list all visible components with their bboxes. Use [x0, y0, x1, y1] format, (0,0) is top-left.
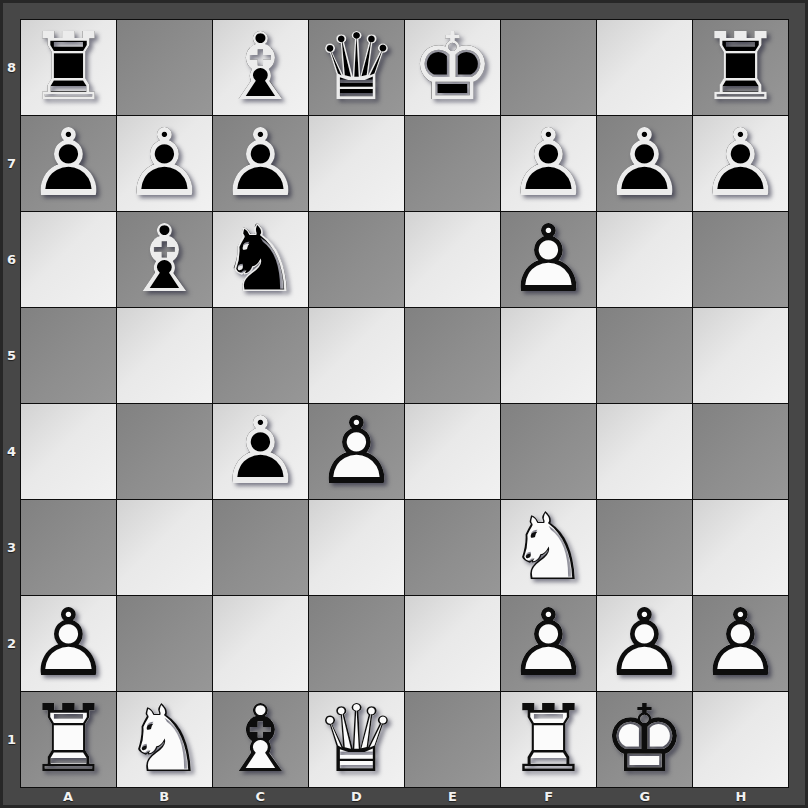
square-a3[interactable] — [21, 500, 116, 595]
black-queen-outline-icon: ♕ — [309, 20, 404, 115]
piece-white-pawn[interactable]: ♟♙ — [501, 596, 596, 691]
square-g4[interactable] — [597, 404, 692, 499]
square-g6[interactable] — [597, 212, 692, 307]
square-e4[interactable] — [405, 404, 500, 499]
piece-black-queen[interactable]: ♛♕ — [309, 20, 404, 115]
white-knight-outline-icon: ♘ — [117, 692, 212, 787]
piece-white-knight[interactable]: ♞♘ — [117, 692, 212, 787]
piece-white-bishop[interactable]: ♝♗ — [213, 692, 308, 787]
black-pawn-outline-icon: ♙ — [21, 116, 116, 211]
rank-label-6: 6 — [3, 211, 20, 307]
piece-white-pawn[interactable]: ♟♙ — [501, 212, 596, 307]
square-b4[interactable] — [117, 404, 212, 499]
square-f6[interactable]: ♟♙ — [501, 212, 596, 307]
square-g5[interactable] — [597, 308, 692, 403]
file-label-f: F — [501, 788, 597, 805]
square-b8[interactable] — [117, 20, 212, 115]
square-a2[interactable]: ♟♙ — [21, 596, 116, 691]
square-f5[interactable] — [501, 308, 596, 403]
square-d1[interactable]: ♛♕ — [309, 692, 404, 787]
square-c7[interactable]: ♟♙ — [213, 116, 308, 211]
square-e6[interactable] — [405, 212, 500, 307]
piece-white-pawn[interactable]: ♟♙ — [21, 596, 116, 691]
piece-black-pawn[interactable]: ♟♙ — [501, 116, 596, 211]
square-e2[interactable] — [405, 596, 500, 691]
square-h1[interactable] — [693, 692, 788, 787]
piece-white-knight[interactable]: ♞♘ — [501, 500, 596, 595]
square-d2[interactable] — [309, 596, 404, 691]
piece-black-king[interactable]: ♚♔ — [405, 20, 500, 115]
rank-label-1: 1 — [3, 692, 20, 788]
square-b3[interactable] — [117, 500, 212, 595]
square-c1[interactable]: ♝♗ — [213, 692, 308, 787]
chess-board: ♜♖♝♗♛♕♚♔♜♖♟♙♟♙♟♙♟♙♟♙♟♙♝♗♞♘♟♙♟♙♟♙♞♘♟♙♟♙♟♙… — [20, 19, 789, 788]
square-c3[interactable] — [213, 500, 308, 595]
square-d5[interactable] — [309, 308, 404, 403]
white-rook-outline-icon: ♖ — [21, 692, 116, 787]
white-pawn-outline-icon: ♙ — [21, 596, 116, 691]
black-king-outline-icon: ♔ — [405, 20, 500, 115]
square-a5[interactable] — [21, 308, 116, 403]
square-b5[interactable] — [117, 308, 212, 403]
file-label-c: C — [212, 788, 308, 805]
piece-black-pawn[interactable]: ♟♙ — [693, 116, 788, 211]
square-b7[interactable]: ♟♙ — [117, 116, 212, 211]
square-b2[interactable] — [117, 596, 212, 691]
square-h4[interactable] — [693, 404, 788, 499]
square-f4[interactable] — [501, 404, 596, 499]
piece-black-pawn[interactable]: ♟♙ — [213, 116, 308, 211]
square-d3[interactable] — [309, 500, 404, 595]
rank-label-4: 4 — [3, 404, 20, 500]
white-pawn-outline-icon: ♙ — [693, 596, 788, 691]
file-label-e: E — [405, 788, 501, 805]
piece-black-rook[interactable]: ♜♖ — [21, 20, 116, 115]
rank-labels: 87654321 — [3, 19, 20, 788]
file-label-a: A — [20, 788, 116, 805]
square-g1[interactable]: ♚♔ — [597, 692, 692, 787]
black-rook-outline-icon: ♖ — [21, 20, 116, 115]
square-e5[interactable] — [405, 308, 500, 403]
file-labels: ABCDEFGH — [20, 788, 789, 805]
square-a1[interactable]: ♜♖ — [21, 692, 116, 787]
piece-black-pawn[interactable]: ♟♙ — [117, 116, 212, 211]
white-rook-outline-icon: ♖ — [501, 692, 596, 787]
square-c4[interactable]: ♟♙ — [213, 404, 308, 499]
piece-black-rook[interactable]: ♜♖ — [693, 20, 788, 115]
square-d8[interactable]: ♛♕ — [309, 20, 404, 115]
square-c8[interactable]: ♝♗ — [213, 20, 308, 115]
piece-white-pawn[interactable]: ♟♙ — [309, 404, 404, 499]
rank-label-2: 2 — [3, 596, 20, 692]
file-label-g: G — [597, 788, 693, 805]
white-pawn-outline-icon: ♙ — [501, 596, 596, 691]
square-f1[interactable]: ♜♖ — [501, 692, 596, 787]
white-pawn-outline-icon: ♙ — [501, 212, 596, 307]
piece-white-pawn[interactable]: ♟♙ — [597, 596, 692, 691]
white-pawn-outline-icon: ♙ — [597, 596, 692, 691]
piece-black-pawn[interactable]: ♟♙ — [597, 116, 692, 211]
white-queen-outline-icon: ♕ — [309, 692, 404, 787]
black-pawn-outline-icon: ♙ — [213, 116, 308, 211]
rank-label-7: 7 — [3, 115, 20, 211]
black-pawn-outline-icon: ♙ — [117, 116, 212, 211]
black-knight-outline-icon: ♘ — [213, 212, 308, 307]
file-label-h: H — [693, 788, 789, 805]
piece-white-rook[interactable]: ♜♖ — [21, 692, 116, 787]
rank-label-5: 5 — [3, 307, 20, 403]
white-pawn-outline-icon: ♙ — [309, 404, 404, 499]
square-d6[interactable] — [309, 212, 404, 307]
square-g8[interactable] — [597, 20, 692, 115]
square-g3[interactable] — [597, 500, 692, 595]
square-d7[interactable] — [309, 116, 404, 211]
white-knight-outline-icon: ♘ — [501, 500, 596, 595]
square-e8[interactable]: ♚♔ — [405, 20, 500, 115]
piece-white-rook[interactable]: ♜♖ — [501, 692, 596, 787]
square-f8[interactable] — [501, 20, 596, 115]
square-e7[interactable] — [405, 116, 500, 211]
piece-black-pawn[interactable]: ♟♙ — [213, 404, 308, 499]
piece-black-bishop[interactable]: ♝♗ — [117, 212, 212, 307]
square-g7[interactable]: ♟♙ — [597, 116, 692, 211]
square-a4[interactable] — [21, 404, 116, 499]
piece-black-knight[interactable]: ♞♘ — [213, 212, 308, 307]
black-pawn-outline-icon: ♙ — [693, 116, 788, 211]
square-e3[interactable] — [405, 500, 500, 595]
piece-white-king[interactable]: ♚♔ — [597, 692, 692, 787]
black-bishop-outline-icon: ♗ — [117, 212, 212, 307]
square-h8[interactable]: ♜♖ — [693, 20, 788, 115]
black-pawn-outline-icon: ♙ — [597, 116, 692, 211]
white-king-outline-icon: ♔ — [597, 692, 692, 787]
square-a7[interactable]: ♟♙ — [21, 116, 116, 211]
square-a6[interactable] — [21, 212, 116, 307]
square-c2[interactable] — [213, 596, 308, 691]
piece-black-pawn[interactable]: ♟♙ — [21, 116, 116, 211]
black-pawn-outline-icon: ♙ — [501, 116, 596, 211]
square-e1[interactable] — [405, 692, 500, 787]
piece-white-queen[interactable]: ♛♕ — [309, 692, 404, 787]
square-f3[interactable]: ♞♘ — [501, 500, 596, 595]
square-h5[interactable] — [693, 308, 788, 403]
square-h3[interactable] — [693, 500, 788, 595]
square-b1[interactable]: ♞♘ — [117, 692, 212, 787]
file-label-b: B — [116, 788, 212, 805]
square-f2[interactable]: ♟♙ — [501, 596, 596, 691]
piece-white-pawn[interactable]: ♟♙ — [693, 596, 788, 691]
square-c6[interactable]: ♞♘ — [213, 212, 308, 307]
square-g2[interactable]: ♟♙ — [597, 596, 692, 691]
black-rook-outline-icon: ♖ — [693, 20, 788, 115]
chess-board-frame: 87654321 ♜♖♝♗♛♕♚♔♜♖♟♙♟♙♟♙♟♙♟♙♟♙♝♗♞♘♟♙♟♙♟… — [0, 0, 808, 808]
square-f7[interactable]: ♟♙ — [501, 116, 596, 211]
white-bishop-outline-icon: ♗ — [213, 692, 308, 787]
rank-label-8: 8 — [3, 19, 20, 115]
square-h2[interactable]: ♟♙ — [693, 596, 788, 691]
square-h6[interactable] — [693, 212, 788, 307]
square-c5[interactable] — [213, 308, 308, 403]
square-h7[interactable]: ♟♙ — [693, 116, 788, 211]
piece-black-bishop[interactable]: ♝♗ — [213, 20, 308, 115]
file-label-d: D — [308, 788, 404, 805]
rank-label-3: 3 — [3, 500, 20, 596]
square-d4[interactable]: ♟♙ — [309, 404, 404, 499]
square-b6[interactable]: ♝♗ — [117, 212, 212, 307]
square-a8[interactable]: ♜♖ — [21, 20, 116, 115]
black-pawn-outline-icon: ♙ — [213, 404, 308, 499]
black-bishop-outline-icon: ♗ — [213, 20, 308, 115]
